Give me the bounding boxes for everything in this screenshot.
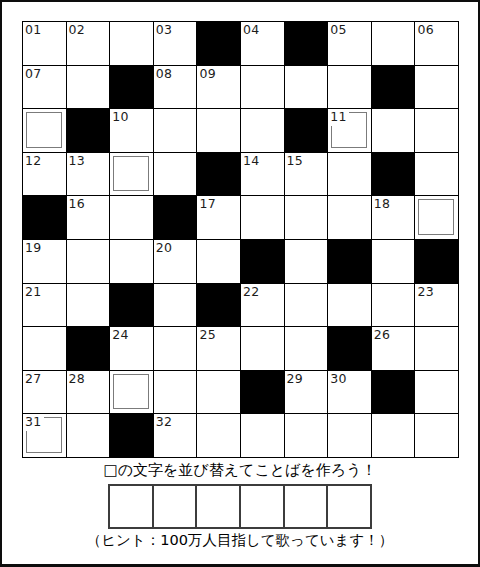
grid-cell-r5c9[interactable]: 18 (372, 196, 416, 240)
grid-cell-r1c2[interactable]: 02 (67, 22, 111, 66)
grid-cell-r10c5[interactable] (197, 414, 241, 458)
crossword-grid: 0102030405060708091011121314151617181920… (22, 21, 459, 458)
grid-cell-r6c1[interactable]: 19 (23, 240, 67, 284)
answer-box-3[interactable] (197, 486, 241, 527)
grid-cell-r6c8 (328, 240, 372, 284)
grid-cell-r8c4[interactable] (154, 327, 198, 371)
grid-cell-r8c3[interactable]: 24 (110, 327, 154, 371)
grid-cell-r6c6 (241, 240, 285, 284)
grid-cell-r5c1 (23, 196, 67, 240)
clue-number: 10 (111, 109, 131, 126)
answer-box-5[interactable] (285, 486, 329, 527)
clue-number: 26 (373, 327, 393, 344)
grid-cell-r1c3[interactable] (110, 22, 154, 66)
grid-cell-r10c4[interactable]: 32 (154, 414, 198, 458)
grid-cell-r3c7 (285, 109, 329, 153)
grid-cell-r1c10[interactable]: 06 (415, 22, 459, 66)
grid-cell-r1c5 (197, 22, 241, 66)
grid-cell-r7c7[interactable] (285, 284, 329, 328)
answer-letter-marker (418, 199, 454, 235)
grid-cell-r4c7[interactable]: 15 (285, 153, 329, 197)
grid-cell-r9c7[interactable]: 29 (285, 371, 329, 415)
grid-cell-r9c3[interactable] (110, 371, 154, 415)
grid-cell-r3c2 (67, 109, 111, 153)
grid-cell-r10c7[interactable] (285, 414, 329, 458)
clue-number: 22 (242, 284, 262, 301)
clue-number: 23 (416, 284, 436, 301)
grid-cell-r3c6[interactable] (241, 109, 285, 153)
grid-cell-r4c6[interactable]: 14 (241, 153, 285, 197)
clue-number: 07 (24, 66, 44, 83)
grid-cell-r8c10[interactable] (415, 327, 459, 371)
grid-cell-r7c3 (110, 284, 154, 328)
clue-number: 01 (24, 22, 44, 39)
clue-number: 31 (24, 414, 44, 431)
grid-cell-r8c5[interactable]: 25 (197, 327, 241, 371)
grid-cell-r7c10[interactable]: 23 (415, 284, 459, 328)
grid-cell-r7c9[interactable] (372, 284, 416, 328)
grid-cell-r5c3[interactable] (110, 196, 154, 240)
clue-number: 09 (198, 66, 218, 83)
grid-cell-r6c2[interactable] (67, 240, 111, 284)
grid-cell-r4c9 (372, 153, 416, 197)
clue-number: 24 (111, 327, 131, 344)
grid-cell-r1c6[interactable]: 04 (241, 22, 285, 66)
grid-cell-r8c9[interactable]: 26 (372, 327, 416, 371)
grid-cell-r1c8[interactable]: 05 (328, 22, 372, 66)
grid-cell-r1c4[interactable]: 03 (154, 22, 198, 66)
clue-number: 19 (24, 240, 44, 257)
clue-number: 04 (242, 22, 262, 39)
clue-number: 28 (68, 371, 88, 388)
clue-number: 25 (198, 327, 218, 344)
clue-number: 16 (68, 196, 88, 213)
answer-box-6[interactable] (328, 486, 370, 527)
grid-cell-r9c4[interactable] (154, 371, 198, 415)
grid-cell-r7c6[interactable]: 22 (241, 284, 285, 328)
grid-cell-r5c2[interactable]: 16 (67, 196, 111, 240)
grid-cell-r10c8[interactable] (328, 414, 372, 458)
grid-cell-r2c8[interactable] (328, 66, 372, 110)
clue-number: 05 (329, 22, 349, 39)
grid-cell-r6c4[interactable]: 20 (154, 240, 198, 284)
grid-cell-r8c1[interactable] (23, 327, 67, 371)
grid-cell-r1c7 (285, 22, 329, 66)
grid-cell-r2c2[interactable] (67, 66, 111, 110)
clue-number: 08 (155, 66, 175, 83)
answer-box-1[interactable] (110, 486, 154, 527)
grid-cell-r6c9[interactable] (372, 240, 416, 284)
grid-cell-r2c3 (110, 66, 154, 110)
clue-number: 20 (155, 240, 175, 257)
answer-boxes (108, 484, 372, 529)
grid-cell-r10c1[interactable]: 31 (23, 414, 67, 458)
grid-cell-r10c9[interactable] (372, 414, 416, 458)
grid-cell-r4c3[interactable] (110, 153, 154, 197)
clue-number: 12 (24, 153, 44, 170)
clue-number: 17 (198, 196, 218, 213)
grid-cell-r7c1[interactable]: 21 (23, 284, 67, 328)
grid-cell-r2c10[interactable] (415, 66, 459, 110)
grid-cell-r10c6[interactable] (241, 414, 285, 458)
grid-cell-r9c1[interactable]: 27 (23, 371, 67, 415)
grid-cell-r4c10[interactable] (415, 153, 459, 197)
grid-cell-r7c5 (197, 284, 241, 328)
answer-letter-marker (26, 112, 62, 148)
grid-cell-r2c9 (372, 66, 416, 110)
grid-cell-r9c5[interactable] (197, 371, 241, 415)
grid-cell-r2c6[interactable] (241, 66, 285, 110)
grid-cell-r10c3 (110, 414, 154, 458)
grid-cell-r6c7[interactable] (285, 240, 329, 284)
clue-number: 15 (286, 153, 306, 170)
answer-letter-marker (113, 374, 149, 410)
grid-cell-r5c6[interactable] (241, 196, 285, 240)
grid-cell-r3c10[interactable] (415, 109, 459, 153)
grid-cell-r9c2[interactable]: 28 (67, 371, 111, 415)
clue-number: 06 (416, 22, 436, 39)
clue-number: 14 (242, 153, 262, 170)
grid-cell-r9c6 (241, 371, 285, 415)
grid-cell-r7c4[interactable] (154, 284, 198, 328)
grid-cell-r1c9[interactable] (372, 22, 416, 66)
clue-number: 27 (24, 371, 44, 388)
grid-cell-r5c7[interactable] (285, 196, 329, 240)
grid-cell-r3c5[interactable] (197, 109, 241, 153)
grid-cell-r8c8 (328, 327, 372, 371)
grid-cell-r1c1[interactable]: 01 (23, 22, 67, 66)
grid-cell-r9c10[interactable] (415, 371, 459, 415)
clue-number: 02 (68, 22, 88, 39)
grid-cell-r7c8[interactable] (328, 284, 372, 328)
answer-letter-marker (113, 156, 149, 192)
grid-cell-r4c4[interactable] (154, 153, 198, 197)
grid-cell-r4c2[interactable]: 13 (67, 153, 111, 197)
clue-number: 11 (329, 109, 349, 126)
clue-number: 30 (329, 371, 349, 388)
grid-cell-r6c5[interactable] (197, 240, 241, 284)
clue-number: 18 (373, 196, 393, 213)
grid-cell-r3c1[interactable] (23, 109, 67, 153)
grid-cell-r4c8[interactable] (328, 153, 372, 197)
grid-cell-r9c9 (372, 371, 416, 415)
grid-cell-r8c7[interactable] (285, 327, 329, 371)
grid-cell-r5c8[interactable] (328, 196, 372, 240)
grid-cell-r2c4[interactable]: 08 (154, 66, 198, 110)
grid-cell-r8c2 (67, 327, 111, 371)
answer-box-4[interactable] (241, 486, 285, 527)
grid-cell-r3c8[interactable]: 11 (328, 109, 372, 153)
grid-cell-r2c5[interactable]: 09 (197, 66, 241, 110)
answer-box-2[interactable] (154, 486, 198, 527)
grid-cell-r3c3[interactable]: 10 (110, 109, 154, 153)
grid-cell-r3c9[interactable] (372, 109, 416, 153)
clue-number: 29 (286, 371, 306, 388)
grid-cell-r2c7[interactable] (285, 66, 329, 110)
grid-cell-r6c10 (415, 240, 459, 284)
clue-number: 03 (155, 22, 175, 39)
grid-cell-r5c5[interactable]: 17 (197, 196, 241, 240)
grid-cell-r4c5 (197, 153, 241, 197)
grid-cell-r5c4 (154, 196, 198, 240)
clue-number: 13 (68, 153, 88, 170)
clue-number: 32 (155, 414, 175, 431)
grid-cell-r3c4[interactable] (154, 109, 198, 153)
clue-number: 21 (24, 284, 44, 301)
grid-cell-r10c2[interactable] (67, 414, 111, 458)
grid-cell-r7c2[interactable] (67, 284, 111, 328)
grid-cell-r10c10[interactable] (415, 414, 459, 458)
grid-cell-r5c10[interactable] (415, 196, 459, 240)
instruction-text: □の文字を並び替えてことばを作ろう！ (0, 461, 480, 479)
grid-cell-r8c6[interactable] (241, 327, 285, 371)
grid-cell-r4c1[interactable]: 12 (23, 153, 67, 197)
grid-cell-r9c8[interactable]: 30 (328, 371, 372, 415)
hint-text: （ヒント：100万人目指して歌っています！） (0, 532, 480, 549)
grid-cell-r6c3[interactable] (110, 240, 154, 284)
grid-cell-r2c1[interactable]: 07 (23, 66, 67, 110)
